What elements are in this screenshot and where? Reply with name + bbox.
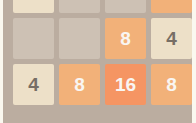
tile-8-r2c3: 8 xyxy=(151,64,192,105)
board-grid[interactable]: 488448168 xyxy=(13,0,192,105)
empty-cell-r1c1 xyxy=(59,18,100,59)
empty-cell-r0c2 xyxy=(105,0,146,13)
empty-cell-r1c0 xyxy=(13,18,54,59)
tile-16-r2c2: 16 xyxy=(105,64,146,105)
board-frame[interactable]: 488448168 xyxy=(3,0,192,123)
tile-4-r0c0: 4 xyxy=(13,0,54,13)
tile-4-r2c0: 4 xyxy=(13,64,54,105)
tile-8-r2c1: 8 xyxy=(59,64,100,105)
empty-cell-r0c1 xyxy=(59,0,100,13)
tile-4-r1c3: 4 xyxy=(151,18,192,59)
tile-8-r0c3: 8 xyxy=(151,0,192,13)
tile-8-r1c2: 8 xyxy=(105,18,146,59)
game-viewport: 488448168 xyxy=(0,0,196,123)
